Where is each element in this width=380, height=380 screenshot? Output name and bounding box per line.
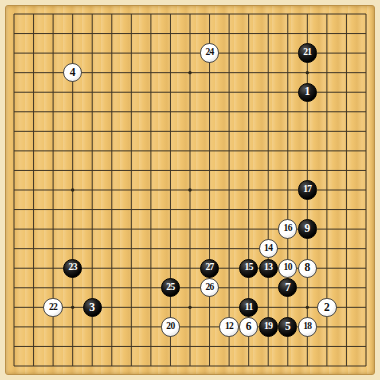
move-number: 4 [70, 66, 76, 78]
move-number: 11 [245, 302, 253, 312]
stone-12-white-m3[interactable]: 12 [219, 317, 238, 336]
stone-9-black-q8[interactable]: 9 [298, 219, 317, 238]
move-number: 19 [264, 322, 272, 332]
move-number: 5 [285, 321, 291, 333]
move-number: 3 [89, 301, 95, 313]
stone-20-white-j3[interactable]: 20 [161, 317, 180, 336]
stone-22-white-c4[interactable]: 22 [43, 298, 62, 317]
move-number: 22 [49, 302, 57, 312]
move-number: 18 [303, 322, 311, 332]
stone-17-black-q10[interactable]: 17 [298, 180, 317, 199]
stone-8-white-q6[interactable]: 8 [298, 259, 317, 278]
stone-23-black-d6[interactable]: 23 [63, 259, 82, 278]
stone-18-white-q3[interactable]: 18 [298, 317, 317, 336]
move-number: 27 [205, 263, 213, 273]
move-number: 17 [303, 185, 311, 195]
stone-14-white-o7[interactable]: 14 [259, 239, 278, 258]
stone-21-black-q17[interactable]: 21 [298, 43, 317, 62]
move-number: 10 [284, 263, 292, 273]
move-number: 1 [304, 86, 310, 98]
stone-1-black-q15[interactable]: 1 [298, 83, 317, 102]
move-number: 26 [205, 283, 213, 293]
move-number: 24 [205, 48, 213, 58]
stone-27-black-l6[interactable]: 27 [200, 259, 219, 278]
stone-16-white-p8[interactable]: 16 [278, 219, 297, 238]
move-number: 15 [244, 263, 252, 273]
move-number: 2 [324, 301, 330, 313]
move-number: 25 [166, 283, 174, 293]
move-number: 9 [304, 223, 310, 235]
move-number: 16 [284, 224, 292, 234]
stone-13-black-o6[interactable]: 13 [259, 259, 278, 278]
move-number: 21 [303, 48, 311, 58]
go-board[interactable]: 1234567891011121314151617181920212223242… [0, 0, 380, 380]
stone-19-black-o3[interactable]: 19 [259, 317, 278, 336]
stone-24-white-l17[interactable]: 24 [200, 43, 219, 62]
stone-3-black-e4[interactable]: 3 [83, 298, 102, 317]
stone-6-white-n3[interactable]: 6 [239, 317, 258, 336]
move-number: 20 [166, 322, 174, 332]
stone-15-black-n6[interactable]: 15 [239, 259, 258, 278]
stone-2-white-r4[interactable]: 2 [317, 298, 336, 317]
move-number: 13 [264, 263, 272, 273]
move-number: 8 [304, 262, 310, 274]
board-grid [0, 0, 380, 380]
move-number: 7 [285, 282, 291, 294]
move-number: 14 [264, 243, 272, 253]
move-number: 6 [246, 321, 252, 333]
stone-5-black-p3[interactable]: 5 [278, 317, 297, 336]
move-number: 23 [68, 263, 76, 273]
move-number: 12 [225, 322, 233, 332]
